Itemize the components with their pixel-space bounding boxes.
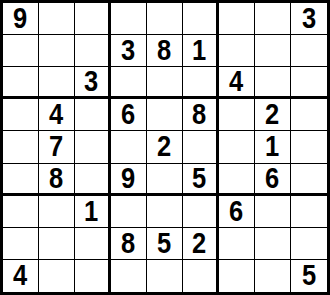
- cell-r4c7[interactable]: [219, 99, 255, 131]
- cell-r6c2[interactable]: 8: [39, 164, 75, 196]
- cell-r6c3[interactable]: [75, 164, 111, 196]
- cell-r3c7[interactable]: 4: [219, 67, 255, 99]
- cell-r9c5[interactable]: [147, 260, 183, 292]
- cell-r7c9[interactable]: [291, 196, 327, 228]
- cell-r4c6[interactable]: 8: [183, 99, 219, 131]
- cell-r1c9[interactable]: 3: [291, 3, 327, 35]
- given-digit: 5: [192, 164, 206, 193]
- cell-r9c6[interactable]: [183, 260, 219, 292]
- cell-r7c7[interactable]: 6: [219, 196, 255, 228]
- given-digit: 5: [157, 229, 171, 258]
- cell-r6c9[interactable]: [291, 164, 327, 196]
- cell-r3c3[interactable]: 3: [75, 67, 111, 99]
- cell-r8c9[interactable]: [291, 228, 327, 260]
- cell-r8c4[interactable]: 8: [111, 228, 147, 260]
- cell-r8c8[interactable]: [255, 228, 291, 260]
- given-digit: 4: [13, 261, 27, 290]
- cell-r5c6[interactable]: [183, 131, 219, 163]
- cell-r3c4[interactable]: [111, 67, 147, 99]
- given-digit: 3: [302, 4, 316, 33]
- given-digit: 8: [157, 36, 171, 65]
- cell-r8c5[interactable]: 5: [147, 228, 183, 260]
- cell-r8c3[interactable]: [75, 228, 111, 260]
- cell-r2c5[interactable]: 8: [147, 35, 183, 67]
- cell-r7c8[interactable]: [255, 196, 291, 228]
- cell-r4c9[interactable]: [291, 99, 327, 131]
- cell-r9c3[interactable]: [75, 260, 111, 292]
- cell-r6c5[interactable]: [147, 164, 183, 196]
- given-digit: 9: [121, 164, 135, 193]
- cell-r8c7[interactable]: [219, 228, 255, 260]
- cell-r6c6[interactable]: 5: [183, 164, 219, 196]
- cell-r6c4[interactable]: 9: [111, 164, 147, 196]
- given-digit: 4: [229, 67, 243, 96]
- cell-r5c2[interactable]: 7: [39, 131, 75, 163]
- cell-r1c6[interactable]: [183, 3, 219, 35]
- cell-r8c1[interactable]: [3, 228, 39, 260]
- cell-r4c5[interactable]: [147, 99, 183, 131]
- cell-r9c1[interactable]: 4: [3, 260, 39, 292]
- cell-r4c4[interactable]: 6: [111, 99, 147, 131]
- cell-r9c9[interactable]: 5: [291, 260, 327, 292]
- given-digit: 9: [13, 4, 27, 33]
- cell-r7c4[interactable]: [111, 196, 147, 228]
- cell-r5c3[interactable]: [75, 131, 111, 163]
- cell-r6c8[interactable]: 6: [255, 164, 291, 196]
- cell-r2c1[interactable]: [3, 35, 39, 67]
- cell-r8c6[interactable]: 2: [183, 228, 219, 260]
- cell-r4c1[interactable]: [3, 99, 39, 131]
- given-digit: 1: [84, 197, 98, 226]
- cell-r3c6[interactable]: [183, 67, 219, 99]
- cell-r1c7[interactable]: [219, 3, 255, 35]
- sudoku-board: 9338134468272189561685245: [0, 0, 330, 295]
- cell-r9c4[interactable]: [111, 260, 147, 292]
- cell-r4c2[interactable]: 4: [39, 99, 75, 131]
- cell-r1c1[interactable]: 9: [3, 3, 39, 35]
- given-digit: 1: [192, 36, 206, 65]
- cell-r9c2[interactable]: [39, 260, 75, 292]
- given-digit: 5: [302, 261, 316, 290]
- cell-r7c5[interactable]: [147, 196, 183, 228]
- given-digit: 6: [121, 100, 135, 129]
- cell-r5c9[interactable]: [291, 131, 327, 163]
- given-digit: 8: [121, 229, 135, 258]
- cell-r1c4[interactable]: [111, 3, 147, 35]
- cell-r1c5[interactable]: [147, 3, 183, 35]
- cell-r2c2[interactable]: [39, 35, 75, 67]
- cell-r8c2[interactable]: [39, 228, 75, 260]
- given-digit: 3: [121, 36, 135, 65]
- given-digit: 3: [84, 67, 98, 96]
- cell-r7c6[interactable]: [183, 196, 219, 228]
- cell-r2c6[interactable]: 1: [183, 35, 219, 67]
- cell-r5c5[interactable]: 2: [147, 131, 183, 163]
- cell-r9c7[interactable]: [219, 260, 255, 292]
- given-digit: 4: [49, 100, 63, 129]
- cell-r2c8[interactable]: [255, 35, 291, 67]
- cell-r1c2[interactable]: [39, 3, 75, 35]
- cell-r6c1[interactable]: [3, 164, 39, 196]
- given-digit: 2: [265, 100, 279, 129]
- given-digit: 7: [49, 132, 63, 161]
- cell-r3c1[interactable]: [3, 67, 39, 99]
- cell-r7c3[interactable]: 1: [75, 196, 111, 228]
- cell-r3c8[interactable]: [255, 67, 291, 99]
- cell-r1c8[interactable]: [255, 3, 291, 35]
- cell-r3c9[interactable]: [291, 67, 327, 99]
- cell-r5c7[interactable]: [219, 131, 255, 163]
- cell-r7c2[interactable]: [39, 196, 75, 228]
- cell-r2c7[interactable]: [219, 35, 255, 67]
- given-digit: 8: [49, 164, 63, 193]
- cell-r5c1[interactable]: [3, 131, 39, 163]
- cell-r2c9[interactable]: [291, 35, 327, 67]
- cell-r5c8[interactable]: 1: [255, 131, 291, 163]
- cell-r4c8[interactable]: 2: [255, 99, 291, 131]
- cell-r7c1[interactable]: [3, 196, 39, 228]
- cell-r2c3[interactable]: [75, 35, 111, 67]
- given-digit: 6: [265, 164, 279, 193]
- cell-r6c7[interactable]: [219, 164, 255, 196]
- given-digit: 2: [157, 132, 171, 161]
- cell-r2c4[interactable]: 3: [111, 35, 147, 67]
- cell-r3c5[interactable]: [147, 67, 183, 99]
- given-digit: 8: [192, 100, 206, 129]
- cell-r4c3[interactable]: [75, 99, 111, 131]
- cell-r3c2[interactable]: [39, 67, 75, 99]
- cell-r5c4[interactable]: [111, 131, 147, 163]
- given-digit: 2: [192, 229, 206, 258]
- cell-r1c3[interactable]: [75, 3, 111, 35]
- given-digit: 1: [265, 132, 279, 161]
- cell-r9c8[interactable]: [255, 260, 291, 292]
- given-digit: 6: [229, 197, 243, 226]
